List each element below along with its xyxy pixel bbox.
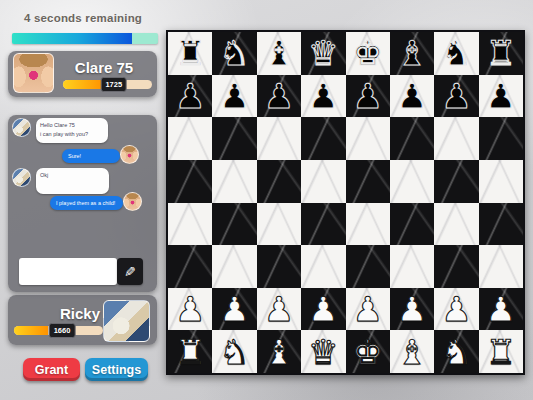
square-e8[interactable]: ♚ <box>346 32 390 75</box>
black-queen-d8: ♛ <box>308 36 338 70</box>
black-pawn-b7: ♟ <box>219 79 249 113</box>
square-g6[interactable] <box>434 117 478 160</box>
square-c5[interactable] <box>257 160 301 203</box>
black-knight-g8: ♞ <box>441 36 471 70</box>
square-e7[interactable]: ♟ <box>346 75 390 118</box>
self-rating-fill <box>14 326 48 335</box>
square-d1[interactable]: ♛ <box>301 330 345 373</box>
square-h6[interactable] <box>479 117 523 160</box>
square-b7[interactable]: ♟ <box>212 75 256 118</box>
chat-avatar-ricky <box>12 118 31 137</box>
self-avatar <box>103 300 150 342</box>
square-c1[interactable]: ♝ <box>257 330 301 373</box>
square-c6[interactable] <box>257 117 301 160</box>
black-king-e8: ♚ <box>352 36 382 70</box>
square-f4[interactable] <box>390 203 434 246</box>
chat-avatar-clare <box>123 192 142 211</box>
black-pawn-f7: ♟ <box>397 79 427 113</box>
square-b5[interactable] <box>212 160 256 203</box>
square-g2[interactable]: ♟ <box>434 288 478 331</box>
square-b1[interactable]: ♞ <box>212 330 256 373</box>
white-pawn-f2: ♟ <box>397 292 427 326</box>
white-bishop-c1: ♝ <box>264 335 294 369</box>
square-d3[interactable] <box>301 245 345 288</box>
chat-avatar-ricky <box>12 168 31 187</box>
white-king-e1: ♚ <box>352 335 382 369</box>
square-d6[interactable] <box>301 117 345 160</box>
white-knight-b1: ♞ <box>219 335 249 369</box>
chat-message: Sure! <box>62 149 120 163</box>
white-rook-h1: ♜ <box>486 335 516 369</box>
settings-button[interactable]: Settings <box>85 358 148 381</box>
square-c3[interactable] <box>257 245 301 288</box>
square-a3[interactable] <box>168 245 212 288</box>
square-c2[interactable]: ♟ <box>257 288 301 331</box>
square-a8[interactable]: ♜ <box>168 32 212 75</box>
square-a5[interactable] <box>168 160 212 203</box>
chat-message: Hello Clare 75 i can play with you? <box>36 118 108 143</box>
timer-progress-bar <box>12 33 158 44</box>
square-b6[interactable] <box>212 117 256 160</box>
square-d2[interactable]: ♟ <box>301 288 345 331</box>
square-d4[interactable] <box>301 203 345 246</box>
self-name: Ricky <box>8 305 100 322</box>
square-b2[interactable]: ♟ <box>212 288 256 331</box>
square-f6[interactable] <box>390 117 434 160</box>
opponent-rating-bar: 1725 <box>63 80 152 89</box>
square-e2[interactable]: ♟ <box>346 288 390 331</box>
square-a6[interactable] <box>168 117 212 160</box>
white-pawn-d2: ♟ <box>308 292 338 326</box>
square-g7[interactable]: ♟ <box>434 75 478 118</box>
square-f3[interactable] <box>390 245 434 288</box>
chess-board: ♜♞♝♛♚♝♞♜♟♟♟♟♟♟♟♟♟♟♟♟♟♟♟♟♜♞♝♛♚♝♞♜ <box>166 30 525 375</box>
square-f8[interactable]: ♝ <box>390 32 434 75</box>
black-pawn-e7: ♟ <box>352 79 382 113</box>
square-g4[interactable] <box>434 203 478 246</box>
square-a2[interactable]: ♟ <box>168 288 212 331</box>
black-rook-a8: ♜ <box>175 36 205 70</box>
white-rook-a1: ♜ <box>175 335 205 369</box>
square-e6[interactable] <box>346 117 390 160</box>
square-h3[interactable] <box>479 245 523 288</box>
square-h7[interactable]: ♟ <box>479 75 523 118</box>
square-f5[interactable] <box>390 160 434 203</box>
white-knight-g1: ♞ <box>441 335 471 369</box>
black-pawn-d7: ♟ <box>308 79 338 113</box>
chat-panel: Hello Clare 75 i can play with you? Sure… <box>8 115 157 292</box>
square-c4[interactable] <box>257 203 301 246</box>
square-g1[interactable]: ♞ <box>434 330 478 373</box>
white-pawn-e2: ♟ <box>352 292 382 326</box>
square-h4[interactable] <box>479 203 523 246</box>
square-g3[interactable] <box>434 245 478 288</box>
square-a1[interactable]: ♜ <box>168 330 212 373</box>
square-h8[interactable]: ♜ <box>479 32 523 75</box>
opponent-avatar <box>13 53 54 93</box>
square-h2[interactable]: ♟ <box>479 288 523 331</box>
grant-button[interactable]: Grant <box>23 358 80 381</box>
square-b3[interactable] <box>212 245 256 288</box>
black-knight-b8: ♞ <box>219 36 249 70</box>
white-queen-d1: ♛ <box>308 335 338 369</box>
timer-label: 4 seconds remaining <box>0 12 166 24</box>
black-pawn-g7: ♟ <box>441 79 471 113</box>
white-pawn-b2: ♟ <box>219 292 249 326</box>
square-e3[interactable] <box>346 245 390 288</box>
square-c8[interactable]: ♝ <box>257 32 301 75</box>
chat-avatar-clare <box>120 145 139 164</box>
square-g8[interactable]: ♞ <box>434 32 478 75</box>
opponent-rating-badge: 1725 <box>100 77 127 92</box>
chat-input[interactable] <box>19 258 117 285</box>
self-card: Ricky 1660 <box>8 295 157 345</box>
square-f7[interactable]: ♟ <box>390 75 434 118</box>
black-pawn-a7: ♟ <box>175 79 205 113</box>
pencil-icon: ✎ <box>124 264 136 280</box>
square-b8[interactable]: ♞ <box>212 32 256 75</box>
square-h1[interactable]: ♜ <box>479 330 523 373</box>
opponent-name: Clare 75 <box>56 59 152 76</box>
white-pawn-h2: ♟ <box>486 292 516 326</box>
square-d7[interactable]: ♟ <box>301 75 345 118</box>
square-f1[interactable]: ♝ <box>390 330 434 373</box>
square-a7[interactable]: ♟ <box>168 75 212 118</box>
self-rating-bar: 1660 <box>14 326 103 335</box>
square-a4[interactable] <box>168 203 212 246</box>
black-bishop-c8: ♝ <box>264 36 294 70</box>
opponent-rating-fill <box>63 80 103 89</box>
white-pawn-g2: ♟ <box>441 292 471 326</box>
send-message-button[interactable]: ✎ <box>117 258 143 285</box>
chat-message: Okj <box>36 168 109 194</box>
black-pawn-c7: ♟ <box>264 79 294 113</box>
app-window: 4 seconds remaining Clare 75 1725 Hello … <box>0 0 533 400</box>
white-pawn-a2: ♟ <box>175 292 205 326</box>
self-rating-badge: 1660 <box>49 323 76 338</box>
white-bishop-f1: ♝ <box>397 335 427 369</box>
square-c7[interactable]: ♟ <box>257 75 301 118</box>
black-pawn-h7: ♟ <box>486 79 516 113</box>
square-f2[interactable]: ♟ <box>390 288 434 331</box>
square-e1[interactable]: ♚ <box>346 330 390 373</box>
square-b4[interactable] <box>212 203 256 246</box>
timer-progress-fill <box>12 33 132 44</box>
square-d8[interactable]: ♛ <box>301 32 345 75</box>
black-bishop-f8: ♝ <box>397 36 427 70</box>
white-pawn-c2: ♟ <box>264 292 294 326</box>
square-e4[interactable] <box>346 203 390 246</box>
square-d5[interactable] <box>301 160 345 203</box>
square-e5[interactable] <box>346 160 390 203</box>
chat-message: I played them as a child! <box>50 196 123 210</box>
square-h5[interactable] <box>479 160 523 203</box>
opponent-card: Clare 75 1725 <box>8 51 157 97</box>
black-rook-h8: ♜ <box>486 36 516 70</box>
square-g5[interactable] <box>434 160 478 203</box>
